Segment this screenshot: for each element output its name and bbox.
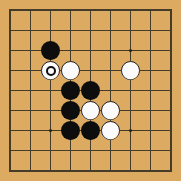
point-G8[interactable]	[121, 21, 141, 41]
point-E8[interactable]	[81, 21, 101, 41]
black-stone[interactable]: ●	[61, 121, 80, 140]
point-E1[interactable]	[81, 161, 101, 181]
white-stone[interactable]: ○	[121, 61, 140, 80]
white-stone-glyph: ○	[122, 61, 139, 80]
point-J8[interactable]	[161, 21, 181, 41]
point-B3[interactable]	[21, 121, 41, 141]
point-D9[interactable]	[61, 1, 81, 21]
point-E9[interactable]	[81, 1, 101, 21]
white-stone[interactable]: ○	[101, 121, 120, 140]
point-J9[interactable]	[161, 1, 181, 21]
go-board[interactable]: ●○○○●●●○○●●○	[1, 1, 181, 181]
point-B6[interactable]	[21, 61, 41, 81]
point-F1[interactable]	[101, 161, 121, 181]
point-E2[interactable]	[81, 141, 101, 161]
point-A4[interactable]	[1, 101, 21, 121]
point-G3[interactable]	[121, 121, 141, 141]
point-B9[interactable]	[21, 1, 41, 21]
point-H2[interactable]	[141, 141, 161, 161]
point-C9[interactable]	[41, 1, 61, 21]
point-F7[interactable]	[101, 41, 121, 61]
point-G9[interactable]	[121, 1, 141, 21]
point-D1[interactable]	[61, 161, 81, 181]
point-E3[interactable]: ●	[81, 121, 101, 141]
point-A3[interactable]	[1, 121, 21, 141]
point-J3[interactable]	[161, 121, 181, 141]
point-H5[interactable]	[141, 81, 161, 101]
point-C6[interactable]: ○	[41, 61, 61, 81]
point-D3[interactable]: ●	[61, 121, 81, 141]
point-B7[interactable]	[21, 41, 41, 61]
black-stone-glyph: ●	[82, 121, 99, 140]
point-J2[interactable]	[161, 141, 181, 161]
go-board-diagram: ●○○○●●●○○●●○	[0, 0, 181, 181]
point-G4[interactable]	[121, 101, 141, 121]
point-B4[interactable]	[21, 101, 41, 121]
point-B5[interactable]	[21, 81, 41, 101]
point-H1[interactable]	[141, 161, 161, 181]
point-H7[interactable]	[141, 41, 161, 61]
white-stone-circled[interactable]: ○	[41, 61, 60, 80]
point-H8[interactable]	[141, 21, 161, 41]
point-D2[interactable]	[61, 141, 81, 161]
point-C1[interactable]	[41, 161, 61, 181]
point-H3[interactable]	[141, 121, 161, 141]
point-A1[interactable]	[1, 161, 21, 181]
circle-marker	[46, 66, 56, 76]
point-A7[interactable]	[1, 41, 21, 61]
white-stone-glyph: ○	[102, 121, 119, 140]
star-point	[129, 49, 132, 52]
point-C2[interactable]	[41, 141, 61, 161]
star-point	[129, 129, 132, 132]
point-E7[interactable]	[81, 41, 101, 61]
point-A5[interactable]	[1, 81, 21, 101]
point-F2[interactable]	[101, 141, 121, 161]
star-point	[49, 129, 52, 132]
point-A8[interactable]	[1, 21, 21, 41]
black-stone-glyph: ●	[62, 121, 79, 140]
point-G6[interactable]: ○	[121, 61, 141, 81]
point-J6[interactable]	[161, 61, 181, 81]
point-B2[interactable]	[21, 141, 41, 161]
point-A2[interactable]	[1, 141, 21, 161]
point-C4[interactable]	[41, 101, 61, 121]
point-C3[interactable]	[41, 121, 61, 141]
point-F9[interactable]	[101, 1, 121, 21]
point-J5[interactable]	[161, 81, 181, 101]
point-A6[interactable]	[1, 61, 21, 81]
point-F8[interactable]	[101, 21, 121, 41]
point-B1[interactable]	[21, 161, 41, 181]
point-J4[interactable]	[161, 101, 181, 121]
point-D8[interactable]	[61, 21, 81, 41]
black-stone[interactable]: ●	[81, 121, 100, 140]
point-G2[interactable]	[121, 141, 141, 161]
point-F3[interactable]: ○	[101, 121, 121, 141]
point-H9[interactable]	[141, 1, 161, 21]
point-J7[interactable]	[161, 41, 181, 61]
point-F6[interactable]	[101, 61, 121, 81]
point-C5[interactable]	[41, 81, 61, 101]
point-H4[interactable]	[141, 101, 161, 121]
point-A9[interactable]	[1, 1, 21, 21]
point-J1[interactable]	[161, 161, 181, 181]
point-B8[interactable]	[21, 21, 41, 41]
point-H6[interactable]	[141, 61, 161, 81]
point-G5[interactable]	[121, 81, 141, 101]
point-G1[interactable]	[121, 161, 141, 181]
